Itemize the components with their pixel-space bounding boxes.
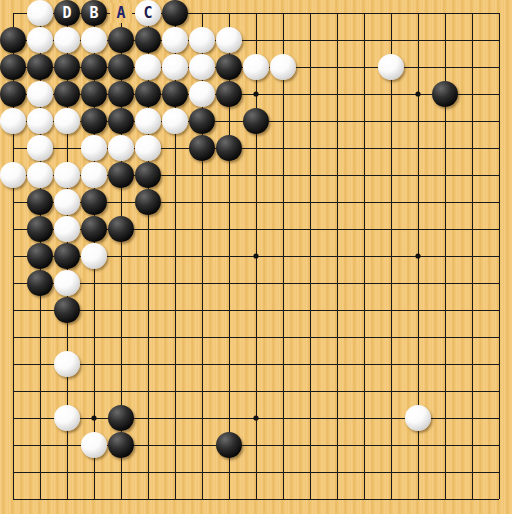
go-board[interactable]: DBAC [0, 0, 512, 514]
black-stone [108, 108, 134, 134]
label-d[interactable]: D [56, 3, 78, 23]
black-stone [0, 27, 26, 53]
black-stone [54, 54, 80, 80]
white-stone [189, 27, 215, 53]
white-stone [54, 27, 80, 53]
label-c[interactable]: C [137, 3, 159, 23]
white-stone [54, 351, 80, 377]
white-stone [216, 27, 242, 53]
white-stone [0, 162, 26, 188]
star-point [415, 91, 420, 96]
white-stone [81, 243, 107, 269]
label-a[interactable]: A [110, 3, 132, 23]
white-stone [405, 405, 431, 431]
black-stone [27, 270, 53, 296]
black-stone [162, 81, 188, 107]
white-stone [27, 135, 53, 161]
black-stone [0, 81, 26, 107]
white-stone [81, 162, 107, 188]
white-stone [0, 108, 26, 134]
black-stone [27, 189, 53, 215]
black-stone [54, 243, 80, 269]
white-stone [162, 54, 188, 80]
white-stone [135, 108, 161, 134]
black-stone [108, 432, 134, 458]
black-stone [54, 297, 80, 323]
black-stone [54, 81, 80, 107]
white-stone [162, 108, 188, 134]
black-stone [216, 54, 242, 80]
white-stone [54, 216, 80, 242]
star-point [253, 415, 258, 420]
star-point [91, 415, 96, 420]
black-stone [216, 81, 242, 107]
white-stone [108, 135, 134, 161]
black-stone [81, 216, 107, 242]
black-stone [27, 216, 53, 242]
white-stone [135, 135, 161, 161]
white-stone [189, 81, 215, 107]
white-stone [27, 81, 53, 107]
black-stone [81, 81, 107, 107]
star-point [253, 91, 258, 96]
white-stone [27, 27, 53, 53]
black-stone [108, 27, 134, 53]
white-stone [243, 54, 269, 80]
white-stone [81, 27, 107, 53]
black-stone [135, 189, 161, 215]
black-stone [216, 432, 242, 458]
black-stone [135, 162, 161, 188]
white-stone [270, 54, 296, 80]
black-stone [81, 54, 107, 80]
black-stone [0, 54, 26, 80]
black-stone [108, 81, 134, 107]
black-stone [27, 243, 53, 269]
black-stone [243, 108, 269, 134]
black-stone [162, 0, 188, 26]
black-stone [216, 135, 242, 161]
white-stone [162, 27, 188, 53]
white-stone [135, 54, 161, 80]
black-stone [135, 81, 161, 107]
white-stone [54, 108, 80, 134]
black-stone [135, 27, 161, 53]
star-point [253, 253, 258, 258]
white-stone [189, 54, 215, 80]
white-stone [54, 270, 80, 296]
black-stone [108, 216, 134, 242]
black-stone [189, 135, 215, 161]
black-stone [81, 189, 107, 215]
black-stone [108, 162, 134, 188]
white-stone [27, 0, 53, 26]
white-stone [81, 432, 107, 458]
white-stone [27, 162, 53, 188]
black-stone [189, 108, 215, 134]
label-b[interactable]: B [83, 3, 105, 23]
white-stone [378, 54, 404, 80]
black-stone [108, 54, 134, 80]
white-stone [54, 189, 80, 215]
white-stone [27, 108, 53, 134]
black-stone [81, 108, 107, 134]
star-point [415, 253, 420, 258]
black-stone [432, 81, 458, 107]
white-stone [81, 135, 107, 161]
white-stone [54, 162, 80, 188]
black-stone [108, 405, 134, 431]
white-stone [54, 405, 80, 431]
black-stone [27, 54, 53, 80]
